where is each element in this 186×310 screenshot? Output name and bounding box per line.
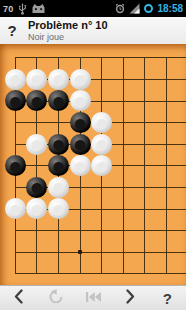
board-point[interactable]: ●: [91, 112, 113, 134]
skip-to-start-icon: [85, 289, 102, 307]
board-point[interactable]: [112, 263, 134, 285]
board-point[interactable]: [91, 90, 113, 112]
white-stone: ●: [91, 155, 112, 176]
board-point[interactable]: [5, 133, 27, 155]
question-mark: ?: [163, 290, 172, 307]
board-point[interactable]: ●: [48, 177, 70, 199]
hint-button[interactable]: ?: [149, 286, 186, 310]
board-point[interactable]: [26, 241, 48, 263]
board-point[interactable]: [156, 69, 178, 91]
board-point[interactable]: ●: [26, 133, 48, 155]
undo-button[interactable]: [37, 286, 74, 310]
board-point[interactable]: ●: [69, 112, 91, 134]
chevron-left-icon: [13, 289, 25, 308]
status-clock: 18:58: [157, 3, 183, 14]
board-point[interactable]: [134, 47, 156, 69]
board-point[interactable]: [91, 47, 113, 69]
battery-percent: 70: [3, 4, 14, 14]
board-point[interactable]: [112, 90, 134, 112]
board-point[interactable]: [112, 155, 134, 177]
board-point[interactable]: ●: [48, 155, 70, 177]
white-stone: ●: [5, 69, 26, 90]
board-point[interactable]: ●: [26, 177, 48, 199]
board-point[interactable]: [26, 220, 48, 242]
black-stone: ●: [70, 112, 91, 133]
board-point[interactable]: [5, 241, 27, 263]
black-stone: ●: [48, 90, 69, 111]
undo-icon: [48, 289, 64, 307]
board-point[interactable]: ●: [26, 90, 48, 112]
board-point[interactable]: [91, 220, 113, 242]
board-point[interactable]: [112, 112, 134, 134]
board-point[interactable]: ●: [69, 90, 91, 112]
board-point[interactable]: [134, 241, 156, 263]
board-point[interactable]: ●: [26, 198, 48, 220]
board-point[interactable]: [134, 220, 156, 242]
board-point[interactable]: [69, 220, 91, 242]
board-point[interactable]: [112, 177, 134, 199]
board-point[interactable]: [134, 177, 156, 199]
alarm-clock-icon: [115, 3, 125, 14]
white-stone: ●: [91, 134, 112, 155]
board-point[interactable]: [26, 47, 48, 69]
board-point[interactable]: [134, 69, 156, 91]
board-point[interactable]: [112, 241, 134, 263]
white-stone: ●: [70, 90, 91, 111]
black-stone: ●: [48, 155, 69, 176]
board-point[interactable]: [91, 177, 113, 199]
board-point[interactable]: [69, 177, 91, 199]
board-point[interactable]: [91, 69, 113, 91]
cat-icon: [31, 3, 46, 14]
white-stone: ●: [48, 69, 69, 90]
board-point[interactable]: [156, 177, 178, 199]
board-point[interactable]: [5, 47, 27, 69]
board-point[interactable]: [5, 220, 27, 242]
board-point[interactable]: [156, 90, 178, 112]
black-stone: ●: [5, 90, 26, 111]
white-stone: ●: [48, 198, 69, 219]
black-stone: ●: [26, 177, 47, 198]
board-point[interactable]: [134, 263, 156, 285]
black-stone: ●: [70, 134, 91, 155]
board-point[interactable]: [112, 220, 134, 242]
next-button[interactable]: [112, 286, 149, 310]
board-point[interactable]: [112, 133, 134, 155]
page-title: Problème n° 10: [28, 19, 108, 32]
board-point[interactable]: [156, 112, 178, 134]
turn-indicator: Noir joue: [28, 32, 108, 43]
board-point[interactable]: [134, 90, 156, 112]
board-point[interactable]: [156, 47, 178, 69]
board-point[interactable]: [26, 155, 48, 177]
board-point[interactable]: [69, 198, 91, 220]
screen: 70: [0, 0, 186, 310]
board-point[interactable]: ●: [69, 69, 91, 91]
usb-icon: [18, 3, 27, 15]
board-point[interactable]: [156, 263, 178, 285]
board-point[interactable]: [91, 241, 113, 263]
board-point[interactable]: [156, 198, 178, 220]
board-point[interactable]: [5, 263, 27, 285]
board-point[interactable]: [112, 198, 134, 220]
board-point[interactable]: ●: [5, 198, 27, 220]
white-stone: ●: [26, 69, 47, 90]
board-point[interactable]: [48, 47, 70, 69]
board-point[interactable]: [134, 133, 156, 155]
board-cells: ●●●●●●●●●●●●●●●●●●●●●●●: [5, 47, 178, 285]
board-point[interactable]: [112, 47, 134, 69]
board-point[interactable]: [91, 263, 113, 285]
board-point[interactable]: ●: [5, 69, 27, 91]
board-point[interactable]: ●: [5, 155, 27, 177]
data-circle-icon: [144, 4, 153, 13]
board-point[interactable]: [26, 263, 48, 285]
board-point[interactable]: [69, 47, 91, 69]
title-bar: ? Problème n° 10 Noir joue: [0, 17, 186, 44]
board-point[interactable]: [134, 155, 156, 177]
previous-button[interactable]: [0, 286, 37, 310]
board-point[interactable]: [48, 263, 70, 285]
board-point[interactable]: [134, 198, 156, 220]
white-stone: ●: [5, 198, 26, 219]
white-stone: ●: [70, 69, 91, 90]
board-point[interactable]: [156, 155, 178, 177]
board-point[interactable]: [112, 69, 134, 91]
board-point[interactable]: ●: [69, 155, 91, 177]
board-point[interactable]: [5, 112, 27, 134]
status-bar: 70: [0, 0, 186, 17]
signal-strength-icon: [129, 3, 140, 14]
board-point[interactable]: [48, 241, 70, 263]
black-stone: ●: [48, 134, 69, 155]
board-point[interactable]: ●: [48, 90, 70, 112]
question-mark-icon: ?: [6, 22, 18, 39]
go-board[interactable]: ●●●●●●●●●●●●●●●●●●●●●●●: [0, 44, 186, 285]
skip-to-start-button[interactable]: [74, 286, 111, 310]
board-point[interactable]: [91, 198, 113, 220]
board-point[interactable]: [156, 241, 178, 263]
board-point[interactable]: ●: [48, 133, 70, 155]
white-stone: ●: [91, 112, 112, 133]
board-point[interactable]: [69, 241, 91, 263]
board-point[interactable]: [69, 263, 91, 285]
board-point[interactable]: ●: [91, 133, 113, 155]
chevron-right-icon: [124, 289, 136, 308]
white-stone: ●: [26, 134, 47, 155]
black-stone: ●: [26, 90, 47, 111]
white-stone: ●: [26, 198, 47, 219]
white-stone: ●: [48, 177, 69, 198]
white-stone: ●: [70, 155, 91, 176]
board-point[interactable]: [156, 220, 178, 242]
board-point[interactable]: [26, 112, 48, 134]
board-point[interactable]: ●: [91, 155, 113, 177]
board-point[interactable]: [134, 112, 156, 134]
board-point[interactable]: ●: [48, 69, 70, 91]
board-point[interactable]: ●: [26, 69, 48, 91]
board-point[interactable]: [48, 112, 70, 134]
board-point[interactable]: [156, 133, 178, 155]
board-point[interactable]: ●: [48, 198, 70, 220]
board-point[interactable]: ●: [69, 133, 91, 155]
board-point[interactable]: [5, 177, 27, 199]
toolbar: ?: [0, 285, 186, 310]
board-point[interactable]: ●: [5, 90, 27, 112]
star-point: [78, 250, 82, 254]
board-point[interactable]: [48, 220, 70, 242]
black-stone: ●: [5, 155, 26, 176]
